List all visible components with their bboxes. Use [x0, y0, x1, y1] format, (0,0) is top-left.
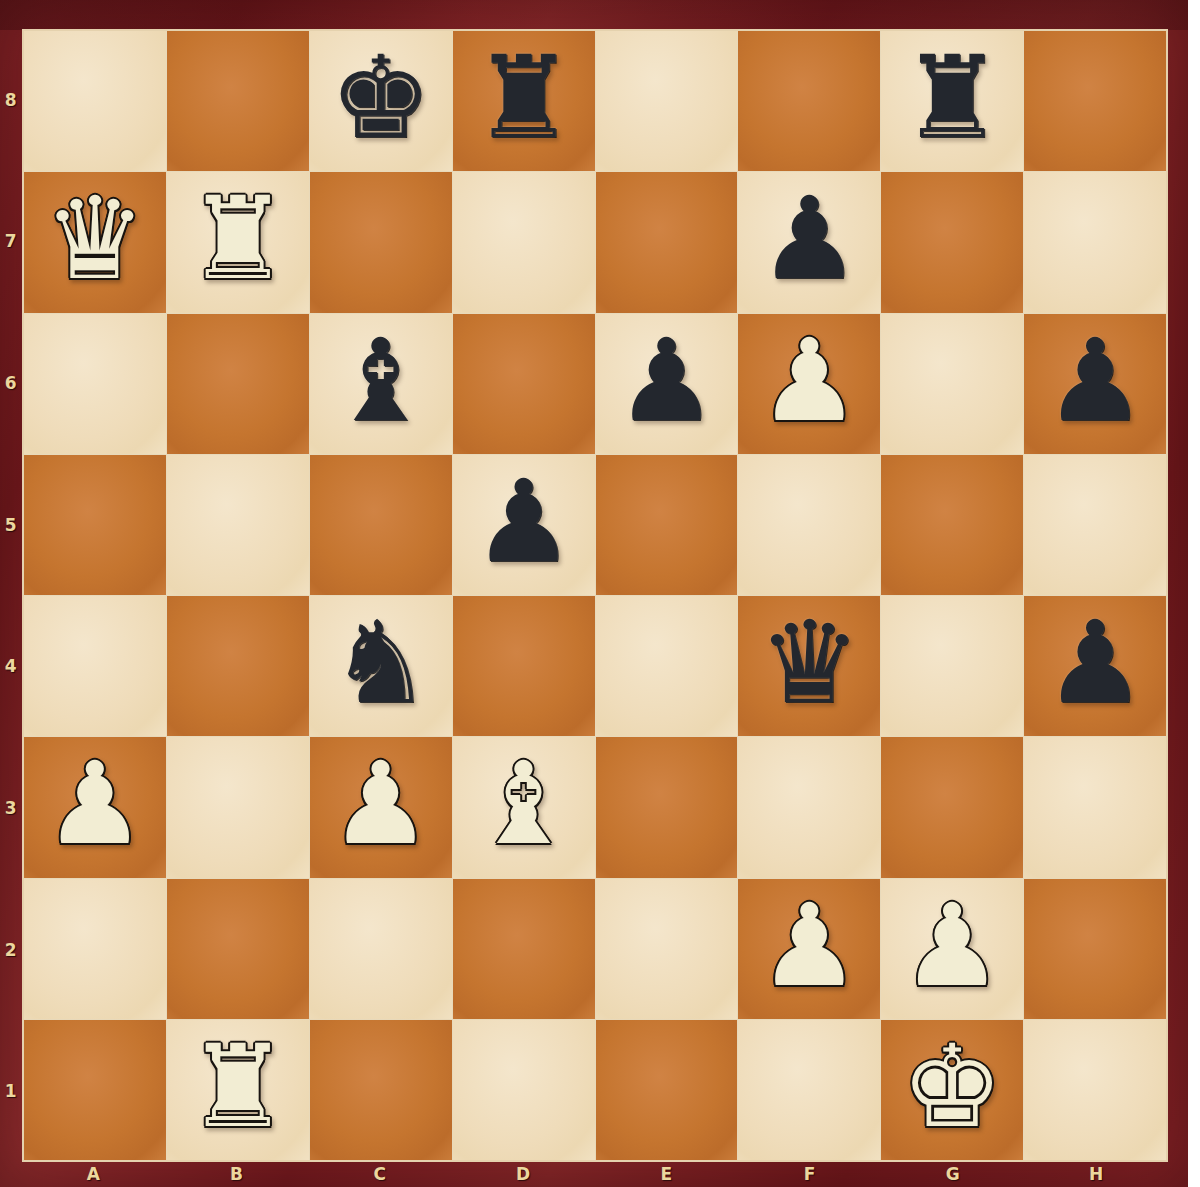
square-c8[interactable]: ♚	[310, 31, 452, 171]
file-label-f: F	[738, 1161, 881, 1186]
rank-label-6: 6	[0, 312, 22, 454]
square-f8[interactable]	[738, 31, 880, 171]
square-b4[interactable]	[167, 596, 309, 736]
square-d2[interactable]	[453, 879, 595, 1019]
file-label-a: A	[22, 1161, 165, 1186]
square-a3[interactable]: ♟	[24, 737, 166, 877]
square-c5[interactable]	[310, 455, 452, 595]
rank-label-3: 3	[0, 737, 22, 879]
black-rook[interactable]: ♜	[901, 41, 1003, 155]
chessboard[interactable]: ♚♜♜♛♜♟♝♟♟♟♟♞♛♟♟♟♝♟♟♜♚	[22, 29, 1168, 1162]
square-g8[interactable]: ♜	[881, 31, 1023, 171]
square-f1[interactable]	[738, 1020, 880, 1160]
square-b1[interactable]: ♜	[167, 1020, 309, 1160]
square-f5[interactable]	[738, 455, 880, 595]
white-bishop[interactable]: ♝	[472, 747, 574, 861]
square-g7[interactable]	[881, 172, 1023, 312]
square-f7[interactable]: ♟	[738, 172, 880, 312]
white-pawn[interactable]: ♟	[758, 889, 860, 1003]
square-e1[interactable]	[596, 1020, 738, 1160]
square-h3[interactable]	[1024, 737, 1166, 877]
square-b5[interactable]	[167, 455, 309, 595]
square-e3[interactable]	[596, 737, 738, 877]
black-queen[interactable]: ♛	[758, 606, 860, 720]
square-h2[interactable]	[1024, 879, 1166, 1019]
white-king[interactable]: ♚	[901, 1030, 1003, 1144]
square-e4[interactable]	[596, 596, 738, 736]
white-pawn[interactable]: ♟	[901, 889, 1003, 1003]
square-a8[interactable]	[24, 31, 166, 171]
black-king[interactable]: ♚	[330, 41, 432, 155]
square-e5[interactable]	[596, 455, 738, 595]
square-h6[interactable]: ♟	[1024, 314, 1166, 454]
square-f6[interactable]: ♟	[738, 314, 880, 454]
square-b3[interactable]	[167, 737, 309, 877]
square-h4[interactable]: ♟	[1024, 596, 1166, 736]
square-a4[interactable]	[24, 596, 166, 736]
file-label-e: E	[595, 1161, 738, 1186]
page: ♚♜♜♛♜♟♝♟♟♟♟♞♛♟♟♟♝♟♟♜♚ 87654321 ABCDEFGH	[0, 0, 1200, 1187]
black-pawn[interactable]: ♟	[1044, 606, 1146, 720]
square-a5[interactable]	[24, 455, 166, 595]
file-label-b: B	[165, 1161, 308, 1186]
rank-label-2: 2	[0, 879, 22, 1021]
square-h1[interactable]	[1024, 1020, 1166, 1160]
square-c7[interactable]	[310, 172, 452, 312]
square-d8[interactable]: ♜	[453, 31, 595, 171]
square-a6[interactable]	[24, 314, 166, 454]
square-b2[interactable]	[167, 879, 309, 1019]
square-c6[interactable]: ♝	[310, 314, 452, 454]
white-rook[interactable]: ♜	[187, 182, 289, 296]
square-c2[interactable]	[310, 879, 452, 1019]
square-a1[interactable]	[24, 1020, 166, 1160]
square-f3[interactable]	[738, 737, 880, 877]
rank-label-5: 5	[0, 454, 22, 596]
square-b6[interactable]	[167, 314, 309, 454]
square-c4[interactable]: ♞	[310, 596, 452, 736]
file-label-h: H	[1025, 1161, 1168, 1186]
black-pawn[interactable]: ♟	[615, 324, 717, 438]
black-pawn[interactable]: ♟	[758, 182, 860, 296]
square-h5[interactable]	[1024, 455, 1166, 595]
rank-label-7: 7	[0, 171, 22, 313]
square-d3[interactable]: ♝	[453, 737, 595, 877]
black-pawn[interactable]: ♟	[1044, 324, 1146, 438]
square-g6[interactable]	[881, 314, 1023, 454]
chessboard-frame: ♚♜♜♛♜♟♝♟♟♟♟♞♛♟♟♟♝♟♟♜♚ 87654321 ABCDEFGH	[0, 0, 1188, 1187]
rank-label-4: 4	[0, 596, 22, 738]
square-g5[interactable]	[881, 455, 1023, 595]
square-f4[interactable]: ♛	[738, 596, 880, 736]
file-label-g: G	[882, 1161, 1025, 1186]
white-rook[interactable]: ♜	[187, 1030, 289, 1144]
square-d7[interactable]	[453, 172, 595, 312]
white-pawn[interactable]: ♟	[44, 747, 146, 861]
square-c3[interactable]: ♟	[310, 737, 452, 877]
square-d6[interactable]	[453, 314, 595, 454]
square-c1[interactable]	[310, 1020, 452, 1160]
square-e2[interactable]	[596, 879, 738, 1019]
square-d5[interactable]: ♟	[453, 455, 595, 595]
square-b7[interactable]: ♜	[167, 172, 309, 312]
square-e7[interactable]	[596, 172, 738, 312]
square-g3[interactable]	[881, 737, 1023, 877]
white-pawn[interactable]: ♟	[330, 747, 432, 861]
file-label-c: C	[309, 1161, 452, 1186]
square-e8[interactable]	[596, 31, 738, 171]
rank-label-8: 8	[0, 29, 22, 171]
square-g4[interactable]	[881, 596, 1023, 736]
square-d4[interactable]	[453, 596, 595, 736]
black-rook[interactable]: ♜	[472, 41, 574, 155]
square-h8[interactable]	[1024, 31, 1166, 171]
square-b8[interactable]	[167, 31, 309, 171]
black-pawn[interactable]: ♟	[472, 465, 574, 579]
square-h7[interactable]	[1024, 172, 1166, 312]
square-d1[interactable]	[453, 1020, 595, 1160]
square-g1[interactable]: ♚	[881, 1020, 1023, 1160]
square-f2[interactable]: ♟	[738, 879, 880, 1019]
black-bishop[interactable]: ♝	[330, 324, 432, 438]
rank-label-1: 1	[0, 1020, 22, 1162]
white-queen[interactable]: ♛	[44, 182, 146, 296]
square-g2[interactable]: ♟	[881, 879, 1023, 1019]
square-e6[interactable]: ♟	[596, 314, 738, 454]
file-label-d: D	[452, 1161, 595, 1186]
square-a2[interactable]	[24, 879, 166, 1019]
black-knight[interactable]: ♞	[330, 606, 432, 720]
square-a7[interactable]: ♛	[24, 172, 166, 312]
white-pawn[interactable]: ♟	[758, 324, 860, 438]
